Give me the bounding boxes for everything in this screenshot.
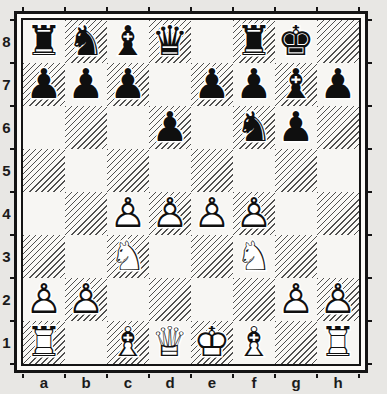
rank-label-4: 4 bbox=[0, 192, 13, 235]
square-g4[interactable] bbox=[275, 192, 317, 235]
tick-bottom-7 bbox=[316, 374, 318, 378]
tick-right-7 bbox=[368, 320, 372, 322]
square-f6[interactable]: ♞♞ bbox=[233, 106, 275, 149]
piece-black-pawn: ♟♟ bbox=[149, 106, 191, 149]
rank-label-1: 1 bbox=[0, 321, 13, 364]
square-h8[interactable] bbox=[317, 20, 359, 63]
tick-top-3 bbox=[148, 7, 150, 11]
piece-white-pawn: ♟♙ bbox=[191, 192, 233, 235]
chess-diagram: 87654321 ♜♜♞♞♝♝♛♛♜♜♚♚♟♟♟♟♟♟♟♟♟♟♝♝♟♟♟♟♞♞♟… bbox=[0, 0, 387, 394]
square-a2[interactable]: ♟♙ bbox=[23, 278, 65, 321]
tick-left-3 bbox=[10, 148, 14, 150]
piece-black-bishop: ♝♝ bbox=[275, 63, 317, 106]
square-g5[interactable] bbox=[275, 149, 317, 192]
white-pawn-icon: ♙ bbox=[194, 192, 231, 233]
black-pawn-icon: ♟ bbox=[152, 106, 189, 147]
square-g8[interactable]: ♚♚ bbox=[275, 20, 317, 63]
rank-label-2: 2 bbox=[0, 278, 13, 321]
piece-black-rook: ♜♜ bbox=[233, 20, 275, 63]
black-pawn-icon: ♟ bbox=[194, 63, 231, 104]
piece-white-king: ♚♔ bbox=[191, 321, 233, 364]
square-a8[interactable]: ♜♜ bbox=[23, 20, 65, 63]
square-h7[interactable]: ♟♟ bbox=[317, 63, 359, 106]
piece-black-queen: ♛♛ bbox=[149, 20, 191, 63]
piece-black-pawn: ♟♟ bbox=[191, 63, 233, 106]
black-knight-icon: ♞ bbox=[68, 20, 105, 61]
tick-top-8 bbox=[358, 7, 360, 11]
white-king-icon: ♔ bbox=[194, 321, 231, 362]
tick-right-0 bbox=[368, 19, 372, 21]
piece-white-pawn: ♟♙ bbox=[233, 192, 275, 235]
black-bishop-icon: ♝ bbox=[110, 20, 147, 61]
white-pawn-icon: ♙ bbox=[152, 192, 189, 233]
tick-left-4 bbox=[10, 191, 14, 193]
square-g3[interactable] bbox=[275, 235, 317, 278]
tick-left-0 bbox=[10, 19, 14, 21]
square-g7[interactable]: ♝♝ bbox=[275, 63, 317, 106]
square-d1[interactable]: ♛♕ bbox=[149, 321, 191, 364]
white-pawn-icon: ♙ bbox=[110, 192, 147, 233]
piece-white-queen: ♛♕ bbox=[149, 321, 191, 364]
piece-black-knight: ♞♞ bbox=[233, 106, 275, 149]
black-rook-icon: ♜ bbox=[236, 20, 273, 61]
tick-right-1 bbox=[368, 62, 372, 64]
piece-white-bishop: ♝♗ bbox=[107, 321, 149, 364]
square-e1[interactable]: ♚♔ bbox=[191, 321, 233, 364]
piece-black-pawn: ♟♟ bbox=[275, 106, 317, 149]
white-bishop-icon: ♗ bbox=[110, 321, 147, 362]
square-e2[interactable] bbox=[191, 278, 233, 321]
square-d4[interactable]: ♟♙ bbox=[149, 192, 191, 235]
piece-black-king: ♚♚ bbox=[275, 20, 317, 63]
square-c3[interactable]: ♞♘ bbox=[107, 235, 149, 278]
piece-white-knight: ♞♘ bbox=[233, 235, 275, 278]
white-rook-icon: ♖ bbox=[26, 321, 63, 362]
file-label-f: f bbox=[233, 374, 275, 392]
square-b4[interactable] bbox=[65, 192, 107, 235]
tick-top-6 bbox=[274, 7, 276, 11]
square-a5[interactable] bbox=[23, 149, 65, 192]
square-g6[interactable]: ♟♟ bbox=[275, 106, 317, 149]
piece-black-pawn: ♟♟ bbox=[107, 63, 149, 106]
black-pawn-icon: ♟ bbox=[26, 63, 63, 104]
white-pawn-icon: ♙ bbox=[68, 278, 105, 319]
square-h1[interactable]: ♜♖ bbox=[317, 321, 359, 364]
piece-white-knight: ♞♘ bbox=[107, 235, 149, 278]
white-pawn-icon: ♙ bbox=[236, 192, 273, 233]
rank-label-7: 7 bbox=[0, 63, 13, 106]
square-d6[interactable]: ♟♟ bbox=[149, 106, 191, 149]
tick-top-0 bbox=[22, 7, 24, 11]
white-pawn-icon: ♙ bbox=[320, 278, 357, 319]
square-b7[interactable]: ♟♟ bbox=[65, 63, 107, 106]
square-c4[interactable]: ♟♙ bbox=[107, 192, 149, 235]
piece-white-rook: ♜♖ bbox=[317, 321, 359, 364]
square-b6[interactable] bbox=[65, 106, 107, 149]
white-knight-icon: ♘ bbox=[110, 235, 147, 276]
chess-board: ♜♜♞♞♝♝♛♛♜♜♚♚♟♟♟♟♟♟♟♟♟♟♝♝♟♟♟♟♞♞♟♟♟♙♟♙♟♙♟♙… bbox=[23, 20, 359, 364]
square-e5[interactable] bbox=[191, 149, 233, 192]
white-pawn-icon: ♙ bbox=[278, 278, 315, 319]
tick-right-5 bbox=[368, 234, 372, 236]
rank-label-6: 6 bbox=[0, 106, 13, 149]
black-pawn-icon: ♟ bbox=[278, 106, 315, 147]
tick-right-2 bbox=[368, 105, 372, 107]
tick-bottom-2 bbox=[106, 374, 108, 378]
piece-white-pawn: ♟♙ bbox=[65, 278, 107, 321]
black-knight-icon: ♞ bbox=[236, 106, 273, 147]
black-king-icon: ♚ bbox=[278, 20, 315, 61]
piece-black-bishop: ♝♝ bbox=[107, 20, 149, 63]
square-c7[interactable]: ♟♟ bbox=[107, 63, 149, 106]
square-d2[interactable] bbox=[149, 278, 191, 321]
file-label-e: e bbox=[191, 374, 233, 392]
square-h4[interactable] bbox=[317, 192, 359, 235]
tick-bottom-5 bbox=[232, 374, 234, 378]
tick-top-2 bbox=[106, 7, 108, 11]
file-label-c: c bbox=[107, 374, 149, 392]
tick-top-7 bbox=[316, 7, 318, 11]
square-f4[interactable]: ♟♙ bbox=[233, 192, 275, 235]
piece-white-rook: ♜♖ bbox=[23, 321, 65, 364]
square-d8[interactable]: ♛♛ bbox=[149, 20, 191, 63]
rank-label-8: 8 bbox=[0, 20, 13, 63]
white-pawn-icon: ♙ bbox=[26, 278, 63, 319]
square-c1[interactable]: ♝♗ bbox=[107, 321, 149, 364]
tick-left-2 bbox=[10, 105, 14, 107]
board-frame-outer: ♜♜♞♞♝♝♛♛♜♜♚♚♟♟♟♟♟♟♟♟♟♟♝♝♟♟♟♟♞♞♟♟♟♙♟♙♟♙♟♙… bbox=[14, 11, 368, 373]
piece-white-pawn: ♟♙ bbox=[317, 278, 359, 321]
square-f8[interactable]: ♜♜ bbox=[233, 20, 275, 63]
file-label-d: d bbox=[149, 374, 191, 392]
tick-bottom-4 bbox=[190, 374, 192, 378]
file-label-a: a bbox=[23, 374, 65, 392]
tick-top-5 bbox=[232, 7, 234, 11]
piece-white-pawn: ♟♙ bbox=[275, 278, 317, 321]
square-h6[interactable] bbox=[317, 106, 359, 149]
file-label-g: g bbox=[275, 374, 317, 392]
square-h5[interactable] bbox=[317, 149, 359, 192]
square-a6[interactable] bbox=[23, 106, 65, 149]
square-d5[interactable] bbox=[149, 149, 191, 192]
square-a1[interactable]: ♜♖ bbox=[23, 321, 65, 364]
square-h2[interactable]: ♟♙ bbox=[317, 278, 359, 321]
piece-white-pawn: ♟♙ bbox=[23, 278, 65, 321]
tick-right-6 bbox=[368, 277, 372, 279]
square-a3[interactable] bbox=[23, 235, 65, 278]
square-b2[interactable]: ♟♙ bbox=[65, 278, 107, 321]
piece-black-pawn: ♟♟ bbox=[23, 63, 65, 106]
black-pawn-icon: ♟ bbox=[236, 63, 273, 104]
square-f2[interactable] bbox=[233, 278, 275, 321]
tick-right-3 bbox=[368, 148, 372, 150]
square-d3[interactable] bbox=[149, 235, 191, 278]
black-rook-icon: ♜ bbox=[26, 20, 63, 61]
tick-left-5 bbox=[10, 234, 14, 236]
square-d7[interactable] bbox=[149, 63, 191, 106]
tick-right-4 bbox=[368, 191, 372, 193]
square-f7[interactable]: ♟♟ bbox=[233, 63, 275, 106]
tick-bottom-1 bbox=[64, 374, 66, 378]
square-c5[interactable] bbox=[107, 149, 149, 192]
square-f1[interactable]: ♝♗ bbox=[233, 321, 275, 364]
black-queen-icon: ♛ bbox=[152, 20, 189, 61]
square-a4[interactable] bbox=[23, 192, 65, 235]
square-e4[interactable]: ♟♙ bbox=[191, 192, 233, 235]
white-rook-icon: ♖ bbox=[320, 321, 357, 362]
tick-bottom-6 bbox=[274, 374, 276, 378]
tick-top-4 bbox=[190, 7, 192, 11]
piece-white-pawn: ♟♙ bbox=[149, 192, 191, 235]
square-c2[interactable] bbox=[107, 278, 149, 321]
black-pawn-icon: ♟ bbox=[68, 63, 105, 104]
square-e6[interactable] bbox=[191, 106, 233, 149]
tick-left-7 bbox=[10, 320, 14, 322]
black-pawn-icon: ♟ bbox=[110, 63, 147, 104]
rank-label-5: 5 bbox=[0, 149, 13, 192]
tick-left-1 bbox=[10, 62, 14, 64]
square-e3[interactable] bbox=[191, 235, 233, 278]
square-f5[interactable] bbox=[233, 149, 275, 192]
file-label-h: h bbox=[317, 374, 359, 392]
tick-bottom-0 bbox=[22, 374, 24, 378]
square-b5[interactable] bbox=[65, 149, 107, 192]
white-queen-icon: ♕ bbox=[152, 321, 189, 362]
tick-left-8 bbox=[10, 363, 14, 365]
square-g1[interactable] bbox=[275, 321, 317, 364]
tick-right-8 bbox=[368, 363, 372, 365]
piece-black-pawn: ♟♟ bbox=[317, 63, 359, 106]
white-bishop-icon: ♗ bbox=[236, 321, 273, 362]
square-e7[interactable]: ♟♟ bbox=[191, 63, 233, 106]
piece-white-pawn: ♟♙ bbox=[107, 192, 149, 235]
square-g2[interactable]: ♟♙ bbox=[275, 278, 317, 321]
square-e8[interactable] bbox=[191, 20, 233, 63]
square-h3[interactable] bbox=[317, 235, 359, 278]
piece-black-knight: ♞♞ bbox=[65, 20, 107, 63]
rank-label-3: 3 bbox=[0, 235, 13, 278]
tick-left-6 bbox=[10, 277, 14, 279]
board-frame-inner: ♜♜♞♞♝♝♛♛♜♜♚♚♟♟♟♟♟♟♟♟♟♟♝♝♟♟♟♟♞♞♟♟♟♙♟♙♟♙♟♙… bbox=[21, 18, 361, 366]
tick-bottom-8 bbox=[358, 374, 360, 378]
square-b8[interactable]: ♞♞ bbox=[65, 20, 107, 63]
square-b1[interactable] bbox=[65, 321, 107, 364]
piece-black-rook: ♜♜ bbox=[23, 20, 65, 63]
piece-black-pawn: ♟♟ bbox=[65, 63, 107, 106]
square-b3[interactable] bbox=[65, 235, 107, 278]
piece-black-pawn: ♟♟ bbox=[233, 63, 275, 106]
square-a7[interactable]: ♟♟ bbox=[23, 63, 65, 106]
square-c8[interactable]: ♝♝ bbox=[107, 20, 149, 63]
file-label-b: b bbox=[65, 374, 107, 392]
piece-white-bishop: ♝♗ bbox=[233, 321, 275, 364]
square-c6[interactable] bbox=[107, 106, 149, 149]
square-f3[interactable]: ♞♘ bbox=[233, 235, 275, 278]
black-bishop-icon: ♝ bbox=[278, 63, 315, 104]
tick-bottom-3 bbox=[148, 374, 150, 378]
white-knight-icon: ♘ bbox=[236, 235, 273, 276]
tick-top-1 bbox=[64, 7, 66, 11]
black-pawn-icon: ♟ bbox=[320, 63, 357, 104]
